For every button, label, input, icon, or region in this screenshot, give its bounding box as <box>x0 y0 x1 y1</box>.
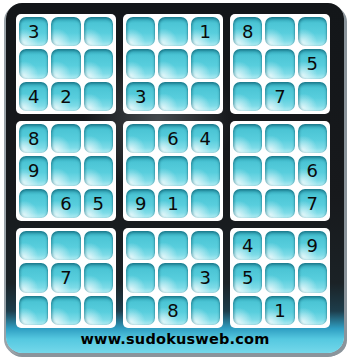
cell-r1c2[interactable] <box>51 17 80 46</box>
cell-r9c6[interactable] <box>191 296 220 325</box>
cell-r4c3[interactable] <box>84 124 113 153</box>
block-3: 857 <box>230 14 330 114</box>
cell-r3c4[interactable]: 3 <box>126 82 155 111</box>
block-2: 13 <box>123 14 223 114</box>
sudoku-board-card: 3421385789656491677384951 www.sudokusweb… <box>6 3 344 353</box>
cell-r6c4[interactable]: 9 <box>126 189 155 218</box>
cell-r5c1[interactable]: 9 <box>19 156 48 185</box>
cell-r7c6[interactable] <box>191 231 220 260</box>
cell-r4c6[interactable]: 4 <box>191 124 220 153</box>
cell-r4c8[interactable] <box>265 124 294 153</box>
site-url: www.sudokusweb.com <box>6 329 344 349</box>
cell-r6c6[interactable] <box>191 189 220 218</box>
cell-r7c4[interactable] <box>126 231 155 260</box>
cell-r9c5[interactable]: 8 <box>158 296 187 325</box>
cell-r4c5[interactable]: 6 <box>158 124 187 153</box>
cell-r2c4[interactable] <box>126 49 155 78</box>
cell-r3c6[interactable] <box>191 82 220 111</box>
cell-r5c6[interactable] <box>191 156 220 185</box>
cell-r5c8[interactable] <box>265 156 294 185</box>
cell-r7c2[interactable] <box>51 231 80 260</box>
cell-r4c7[interactable] <box>233 124 262 153</box>
cell-r7c1[interactable] <box>19 231 48 260</box>
cell-r3c1[interactable]: 4 <box>19 82 48 111</box>
block-9: 4951 <box>230 228 330 328</box>
cell-r5c4[interactable] <box>126 156 155 185</box>
cell-r9c7[interactable] <box>233 296 262 325</box>
cell-r6c5[interactable]: 1 <box>158 189 187 218</box>
cell-r3c2[interactable]: 2 <box>51 82 80 111</box>
cell-r7c9[interactable]: 9 <box>298 231 327 260</box>
cell-r6c2[interactable]: 6 <box>51 189 80 218</box>
cell-r1c9[interactable] <box>298 17 327 46</box>
cell-r2c9[interactable]: 5 <box>298 49 327 78</box>
cell-r1c5[interactable] <box>158 17 187 46</box>
block-7: 7 <box>16 228 116 328</box>
cell-r2c6[interactable] <box>191 49 220 78</box>
cell-r7c8[interactable] <box>265 231 294 260</box>
cell-r1c1[interactable]: 3 <box>19 17 48 46</box>
cell-r4c2[interactable] <box>51 124 80 153</box>
cell-r3c9[interactable] <box>298 82 327 111</box>
cell-r8c2[interactable]: 7 <box>51 263 80 292</box>
cell-r1c8[interactable] <box>265 17 294 46</box>
cell-r6c8[interactable] <box>265 189 294 218</box>
cell-r3c3[interactable] <box>84 82 113 111</box>
cell-r3c5[interactable] <box>158 82 187 111</box>
cell-r9c2[interactable] <box>51 296 80 325</box>
cell-r8c8[interactable] <box>265 263 294 292</box>
cell-r8c3[interactable] <box>84 263 113 292</box>
block-5: 6491 <box>123 121 223 221</box>
cell-r6c1[interactable] <box>19 189 48 218</box>
cell-r2c7[interactable] <box>233 49 262 78</box>
cell-r4c1[interactable]: 8 <box>19 124 48 153</box>
block-1: 342 <box>16 14 116 114</box>
cell-r6c3[interactable]: 5 <box>84 189 113 218</box>
cell-r8c9[interactable] <box>298 263 327 292</box>
cell-r1c6[interactable]: 1 <box>191 17 220 46</box>
block-8: 38 <box>123 228 223 328</box>
cell-r2c1[interactable] <box>19 49 48 78</box>
cell-r5c2[interactable] <box>51 156 80 185</box>
cell-r7c5[interactable] <box>158 231 187 260</box>
cell-r2c2[interactable] <box>51 49 80 78</box>
cell-r1c7[interactable]: 8 <box>233 17 262 46</box>
cell-r6c7[interactable] <box>233 189 262 218</box>
cell-r9c3[interactable] <box>84 296 113 325</box>
cell-r5c3[interactable] <box>84 156 113 185</box>
cell-r5c5[interactable] <box>158 156 187 185</box>
cell-r7c7[interactable]: 4 <box>233 231 262 260</box>
cell-r3c8[interactable]: 7 <box>265 82 294 111</box>
cell-r1c3[interactable] <box>84 17 113 46</box>
block-6: 67 <box>230 121 330 221</box>
cell-r5c7[interactable] <box>233 156 262 185</box>
block-4: 8965 <box>16 121 116 221</box>
cell-r2c3[interactable] <box>84 49 113 78</box>
cell-r8c5[interactable] <box>158 263 187 292</box>
cell-r4c9[interactable] <box>298 124 327 153</box>
cell-r2c5[interactable] <box>158 49 187 78</box>
cell-r9c4[interactable] <box>126 296 155 325</box>
cell-r9c8[interactable]: 1 <box>265 296 294 325</box>
cell-r9c1[interactable] <box>19 296 48 325</box>
cell-r3c7[interactable] <box>233 82 262 111</box>
sudoku-grid: 3421385789656491677384951 <box>16 14 330 328</box>
cell-r8c1[interactable] <box>19 263 48 292</box>
cell-r5c9[interactable]: 6 <box>298 156 327 185</box>
cell-r1c4[interactable] <box>126 17 155 46</box>
cell-r9c9[interactable] <box>298 296 327 325</box>
cell-r2c8[interactable] <box>265 49 294 78</box>
cell-r7c3[interactable] <box>84 231 113 260</box>
cell-r4c4[interactable] <box>126 124 155 153</box>
cell-r8c6[interactable]: 3 <box>191 263 220 292</box>
cell-r6c9[interactable]: 7 <box>298 189 327 218</box>
cell-r8c7[interactable]: 5 <box>233 263 262 292</box>
cell-r8c4[interactable] <box>126 263 155 292</box>
